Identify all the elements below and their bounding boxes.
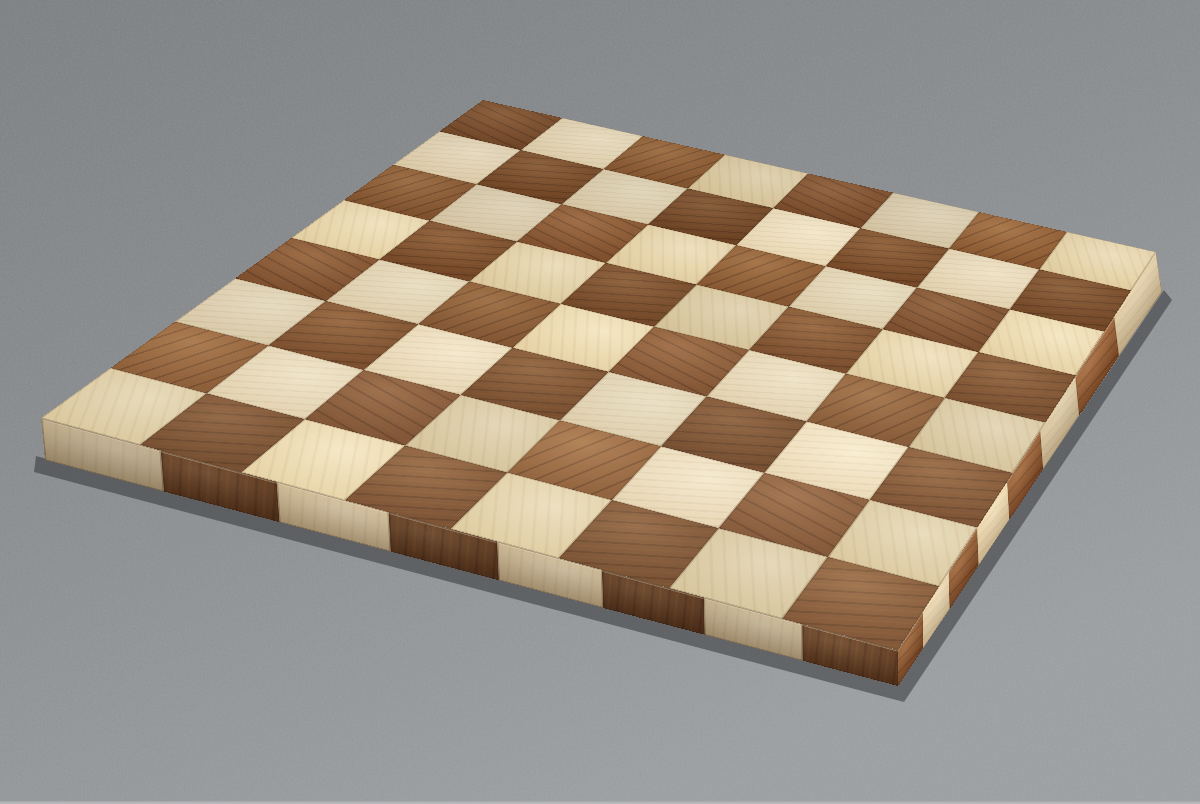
scene: [0, 0, 1200, 804]
